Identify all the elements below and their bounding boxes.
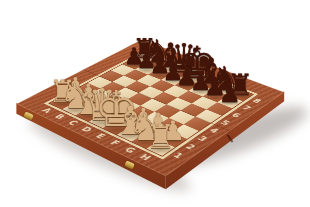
chess-set-photo: ABCDEFGH12345678 ♜♞♝♛♚♝♞♜♟♟♟♟♟♟♟♟♟♟♟♟♟♟♟… — [0, 0, 310, 207]
black-pawn-h7[interactable]: ♟ — [218, 81, 241, 106]
white-rook-h1[interactable]: ♜ — [146, 120, 176, 153]
pieces-layer: ♜♞♝♛♚♝♞♜♟♟♟♟♟♟♟♟♟♟♟♟♟♟♟♟♜♞♝♛♚♝♞♜ — [0, 0, 310, 207]
